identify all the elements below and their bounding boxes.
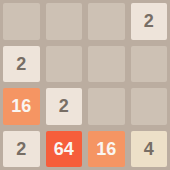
tile-2: 2 bbox=[131, 3, 168, 40]
tile-64: 64 bbox=[46, 131, 83, 168]
empty-cell bbox=[46, 3, 83, 40]
tile-4: 4 bbox=[131, 131, 168, 168]
tile-2: 2 bbox=[3, 131, 40, 168]
empty-cell bbox=[88, 46, 125, 83]
empty-cell bbox=[46, 46, 83, 83]
tile-2: 2 bbox=[3, 46, 40, 83]
empty-cell bbox=[131, 88, 168, 125]
tile-2: 2 bbox=[46, 88, 83, 125]
2048-board[interactable]: 22162264164 bbox=[0, 0, 170, 170]
empty-cell bbox=[88, 3, 125, 40]
tile-16: 16 bbox=[88, 131, 125, 168]
empty-cell bbox=[3, 3, 40, 40]
tile-16: 16 bbox=[3, 88, 40, 125]
empty-cell bbox=[88, 88, 125, 125]
empty-cell bbox=[131, 46, 168, 83]
